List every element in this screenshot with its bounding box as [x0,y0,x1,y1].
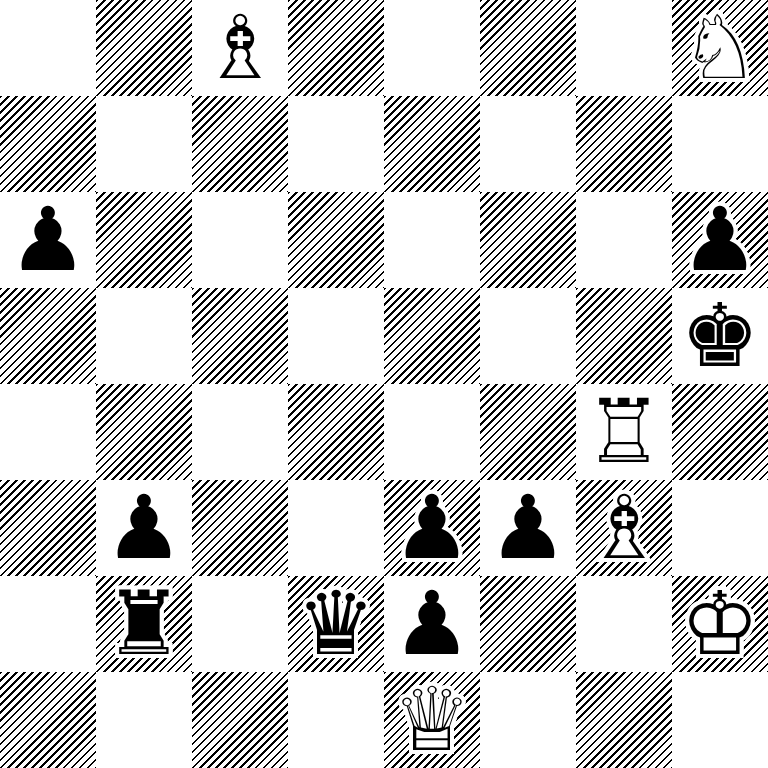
white-knight[interactable]: ♘ [672,0,768,96]
square-f7[interactable] [480,96,576,192]
white-rook-glyph: ♖ [585,388,664,476]
square-d5[interactable] [288,288,384,384]
square-a2[interactable] [0,576,96,672]
square-c5[interactable] [192,288,288,384]
square-d7[interactable] [288,96,384,192]
square-e6[interactable] [384,192,480,288]
square-e4[interactable] [384,384,480,480]
square-c4[interactable] [192,384,288,480]
square-a3[interactable] [0,480,96,576]
white-bishop[interactable]: ♗ [576,480,672,576]
square-e1[interactable]: ♕ [384,672,480,768]
white-knight-glyph: ♘ [681,4,760,92]
square-f2[interactable] [480,576,576,672]
square-c3[interactable] [192,480,288,576]
black-pawn[interactable]: ♟ [384,576,480,672]
square-b7[interactable] [96,96,192,192]
square-c2[interactable] [192,576,288,672]
square-f8[interactable] [480,0,576,96]
black-pawn-glyph: ♟ [393,484,472,572]
square-a7[interactable] [0,96,96,192]
black-queen[interactable]: ♛ [288,576,384,672]
white-bishop-glyph: ♗ [201,4,280,92]
square-g3[interactable]: ♗ [576,480,672,576]
white-queen-glyph: ♕ [393,676,472,764]
square-a1[interactable] [0,672,96,768]
square-h5[interactable]: ♚ [672,288,768,384]
black-rook[interactable]: ♜ [96,576,192,672]
white-queen[interactable]: ♕ [384,672,480,768]
square-h3[interactable] [672,480,768,576]
square-e7[interactable] [384,96,480,192]
square-d6[interactable] [288,192,384,288]
white-rook[interactable]: ♖ [576,384,672,480]
square-d3[interactable] [288,480,384,576]
square-a4[interactable] [0,384,96,480]
square-d1[interactable] [288,672,384,768]
black-pawn[interactable]: ♟ [672,192,768,288]
square-h7[interactable] [672,96,768,192]
square-g7[interactable] [576,96,672,192]
square-e2[interactable]: ♟ [384,576,480,672]
square-c1[interactable] [192,672,288,768]
square-c6[interactable] [192,192,288,288]
black-queen-glyph: ♛ [297,580,376,668]
white-bishop-glyph: ♗ [585,484,664,572]
square-c8[interactable]: ♗ [192,0,288,96]
black-pawn[interactable]: ♟ [0,192,96,288]
white-bishop[interactable]: ♗ [192,0,288,96]
square-d8[interactable] [288,0,384,96]
square-h2[interactable]: ♔ [672,576,768,672]
black-rook-glyph: ♜ [105,580,184,668]
square-d4[interactable] [288,384,384,480]
square-f1[interactable] [480,672,576,768]
square-g2[interactable] [576,576,672,672]
square-b2[interactable]: ♜ [96,576,192,672]
black-pawn-glyph: ♟ [9,196,88,284]
black-king[interactable]: ♚ [672,288,768,384]
square-b1[interactable] [96,672,192,768]
chess-board: ♗♘♟♟♚♖♟♟♟♗♜♛♟♔♕ [0,0,768,768]
square-a8[interactable] [0,0,96,96]
square-e8[interactable] [384,0,480,96]
square-f4[interactable] [480,384,576,480]
square-d2[interactable]: ♛ [288,576,384,672]
square-h4[interactable] [672,384,768,480]
square-a6[interactable]: ♟ [0,192,96,288]
square-h6[interactable]: ♟ [672,192,768,288]
white-king[interactable]: ♔ [672,576,768,672]
square-a5[interactable] [0,288,96,384]
square-b6[interactable] [96,192,192,288]
square-g4[interactable]: ♖ [576,384,672,480]
square-f6[interactable] [480,192,576,288]
black-pawn-glyph: ♟ [681,196,760,284]
square-f5[interactable] [480,288,576,384]
black-pawn-glyph: ♟ [393,580,472,668]
square-g8[interactable] [576,0,672,96]
square-b4[interactable] [96,384,192,480]
black-pawn-glyph: ♟ [489,484,568,572]
square-h1[interactable] [672,672,768,768]
black-pawn[interactable]: ♟ [480,480,576,576]
black-pawn-glyph: ♟ [105,484,184,572]
square-b5[interactable] [96,288,192,384]
square-b8[interactable] [96,0,192,96]
black-king-glyph: ♚ [681,292,760,380]
black-pawn[interactable]: ♟ [96,480,192,576]
square-e5[interactable] [384,288,480,384]
square-g6[interactable] [576,192,672,288]
square-b3[interactable]: ♟ [96,480,192,576]
square-e3[interactable]: ♟ [384,480,480,576]
square-h8[interactable]: ♘ [672,0,768,96]
square-f3[interactable]: ♟ [480,480,576,576]
square-c7[interactable] [192,96,288,192]
black-pawn[interactable]: ♟ [384,480,480,576]
square-g1[interactable] [576,672,672,768]
white-king-glyph: ♔ [681,580,760,668]
square-g5[interactable] [576,288,672,384]
